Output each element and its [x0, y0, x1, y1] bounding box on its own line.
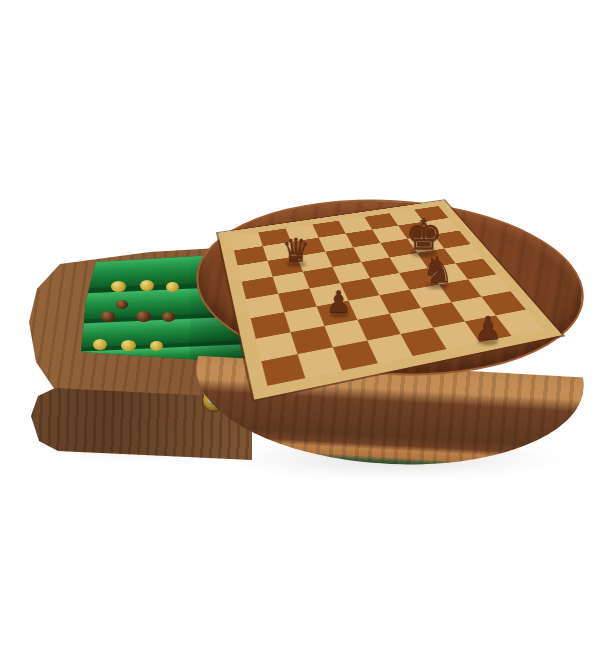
stored-piece-light: [166, 282, 179, 292]
stored-piece-dark: [136, 311, 151, 322]
stored-piece-light: [121, 340, 136, 351]
stored-piece-dark: [116, 300, 128, 309]
stored-piece-light: [93, 339, 107, 350]
stored-piece-dark: [162, 312, 175, 322]
stored-piece-light: [111, 281, 126, 292]
stored-piece-light: [140, 280, 154, 291]
stored-piece-light: [150, 341, 163, 351]
stored-piece-dark: [101, 311, 115, 322]
